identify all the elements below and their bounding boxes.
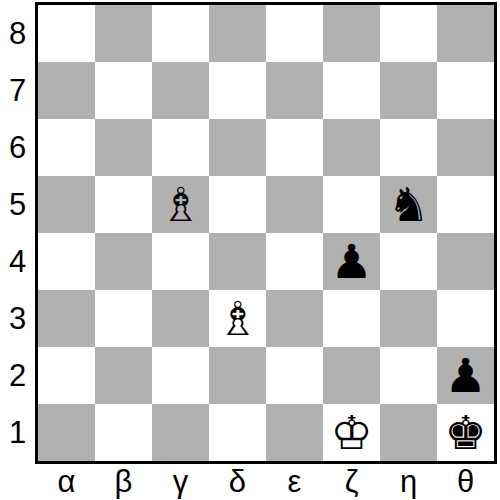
- rank-label-8: 8: [0, 5, 35, 62]
- file-label-γ: γ: [152, 465, 209, 499]
- square-θ6[interactable]: [437, 119, 494, 176]
- square-γ8[interactable]: [152, 5, 209, 62]
- square-ε1[interactable]: [266, 404, 323, 461]
- file-label-ε: ε: [266, 465, 323, 499]
- square-θ1[interactable]: ♚: [437, 404, 494, 461]
- square-α4[interactable]: [38, 233, 95, 290]
- square-η8[interactable]: [380, 5, 437, 62]
- rank-label-4: 4: [0, 233, 35, 290]
- square-ζ1[interactable]: ♔: [323, 404, 380, 461]
- square-η1[interactable]: [380, 404, 437, 461]
- file-label-η: η: [380, 465, 437, 499]
- square-β2[interactable]: [95, 347, 152, 404]
- square-β7[interactable]: [95, 62, 152, 119]
- square-η6[interactable]: [380, 119, 437, 176]
- square-ε8[interactable]: [266, 5, 323, 62]
- square-γ7[interactable]: [152, 62, 209, 119]
- square-δ4[interactable]: [209, 233, 266, 290]
- square-ε3[interactable]: [266, 290, 323, 347]
- square-η5[interactable]: ♞: [380, 176, 437, 233]
- square-δ6[interactable]: [209, 119, 266, 176]
- square-β6[interactable]: [95, 119, 152, 176]
- square-γ5[interactable]: ♗: [152, 176, 209, 233]
- square-γ2[interactable]: [152, 347, 209, 404]
- square-δ5[interactable]: [209, 176, 266, 233]
- square-γ1[interactable]: [152, 404, 209, 461]
- square-ζ8[interactable]: [323, 5, 380, 62]
- square-ζ3[interactable]: [323, 290, 380, 347]
- square-η7[interactable]: [380, 62, 437, 119]
- rank-label-7: 7: [0, 62, 35, 119]
- chess-diagram: 87654321 ♗♞♟♗♟♔♚ αβγδεζηθ: [0, 2, 500, 500]
- square-ζ6[interactable]: [323, 119, 380, 176]
- rank-label-5: 5: [0, 176, 35, 233]
- black-pawn[interactable]: ♟: [437, 347, 494, 404]
- chess-board: ♗♞♟♗♟♔♚: [35, 2, 497, 464]
- rank-labels: 87654321: [0, 2, 35, 461]
- square-θ3[interactable]: [437, 290, 494, 347]
- rank-label-3: 3: [0, 290, 35, 347]
- square-ε5[interactable]: [266, 176, 323, 233]
- square-α8[interactable]: [38, 5, 95, 62]
- black-pawn[interactable]: ♟: [323, 233, 380, 290]
- file-label-θ: θ: [437, 465, 494, 499]
- square-δ1[interactable]: [209, 404, 266, 461]
- square-θ5[interactable]: [437, 176, 494, 233]
- file-label-ζ: ζ: [323, 465, 380, 499]
- rank-label-1: 1: [0, 404, 35, 461]
- square-ε7[interactable]: [266, 62, 323, 119]
- square-δ8[interactable]: [209, 5, 266, 62]
- square-δ7[interactable]: [209, 62, 266, 119]
- file-label-β: β: [95, 465, 152, 499]
- file-labels: αβγδεζηθ: [38, 465, 500, 499]
- square-γ4[interactable]: [152, 233, 209, 290]
- square-β3[interactable]: [95, 290, 152, 347]
- file-label-δ: δ: [209, 465, 266, 499]
- square-α6[interactable]: [38, 119, 95, 176]
- black-knight[interactable]: ♞: [380, 176, 437, 233]
- white-bishop[interactable]: ♗: [209, 290, 266, 347]
- square-α7[interactable]: [38, 62, 95, 119]
- square-ζ5[interactable]: [323, 176, 380, 233]
- square-ε4[interactable]: [266, 233, 323, 290]
- square-θ2[interactable]: ♟: [437, 347, 494, 404]
- rank-label-2: 2: [0, 347, 35, 404]
- square-β4[interactable]: [95, 233, 152, 290]
- square-γ3[interactable]: [152, 290, 209, 347]
- square-ζ4[interactable]: ♟: [323, 233, 380, 290]
- file-label-α: α: [38, 465, 95, 499]
- square-ζ7[interactable]: [323, 62, 380, 119]
- square-η2[interactable]: [380, 347, 437, 404]
- white-bishop[interactable]: ♗: [152, 176, 209, 233]
- rank-label-6: 6: [0, 119, 35, 176]
- square-α5[interactable]: [38, 176, 95, 233]
- square-θ4[interactable]: [437, 233, 494, 290]
- white-king[interactable]: ♔: [323, 404, 380, 461]
- square-δ2[interactable]: [209, 347, 266, 404]
- square-η3[interactable]: [380, 290, 437, 347]
- square-β1[interactable]: [95, 404, 152, 461]
- square-ε6[interactable]: [266, 119, 323, 176]
- square-ζ2[interactable]: [323, 347, 380, 404]
- square-ε2[interactable]: [266, 347, 323, 404]
- square-δ3[interactable]: ♗: [209, 290, 266, 347]
- square-γ6[interactable]: [152, 119, 209, 176]
- square-θ7[interactable]: [437, 62, 494, 119]
- square-θ8[interactable]: [437, 5, 494, 62]
- square-α2[interactable]: [38, 347, 95, 404]
- square-η4[interactable]: [380, 233, 437, 290]
- square-β5[interactable]: [95, 176, 152, 233]
- black-king[interactable]: ♚: [437, 404, 494, 461]
- square-α1[interactable]: [38, 404, 95, 461]
- square-β8[interactable]: [95, 5, 152, 62]
- square-α3[interactable]: [38, 290, 95, 347]
